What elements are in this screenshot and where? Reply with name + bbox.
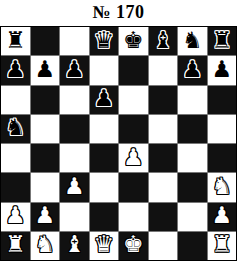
- square-g6: [178, 86, 207, 114]
- black-queen-d8: ♛: [93, 29, 114, 52]
- square-c2: [60, 203, 89, 231]
- square-h3: ♞: [208, 173, 237, 201]
- square-f7: [149, 56, 178, 84]
- square-f6: [149, 86, 178, 114]
- square-a6: [1, 86, 30, 114]
- square-f8: ♝: [149, 27, 178, 55]
- puzzle-number-title: № 170: [0, 0, 237, 26]
- square-d3: [90, 173, 119, 201]
- square-b2: ♟: [31, 203, 60, 231]
- square-d1: ♛: [90, 232, 119, 260]
- square-g5: [178, 115, 207, 143]
- square-a8: ♜: [1, 27, 30, 55]
- black-bishop-f8: ♝: [152, 29, 173, 52]
- square-c3: ♟: [60, 173, 89, 201]
- square-f5: [149, 115, 178, 143]
- square-b4: [31, 144, 60, 172]
- white-pawn-a2: ♟: [5, 204, 26, 227]
- white-pawn-b2: ♟: [34, 204, 55, 227]
- square-g3: [178, 173, 207, 201]
- black-king-e8: ♚: [123, 29, 144, 52]
- white-bishop-c1: ♝: [64, 233, 85, 256]
- diagram-page: № 170 ♜♛♚♝♞♜♟♟♟♟♟♟♞♟♟♞♟♟♟♜♞♝♛♚♜: [0, 0, 237, 261]
- square-h1: ♜: [208, 232, 237, 260]
- black-pawn-b7: ♟: [34, 58, 55, 81]
- chess-board: ♜♛♚♝♞♜♟♟♟♟♟♟♞♟♟♞♟♟♟♜♞♝♛♚♜: [0, 26, 237, 261]
- black-knight-a5: ♞: [5, 116, 26, 139]
- square-f3: [149, 173, 178, 201]
- square-c8: [60, 27, 89, 55]
- square-e7: [119, 56, 148, 84]
- square-b8: [31, 27, 60, 55]
- white-queen-d1: ♛: [93, 233, 114, 256]
- square-e6: [119, 86, 148, 114]
- square-h7: ♟: [208, 56, 237, 84]
- white-knight-b1: ♞: [34, 233, 55, 256]
- square-d4: [90, 144, 119, 172]
- black-pawn-h7: ♟: [211, 58, 232, 81]
- square-c7: ♟: [60, 56, 89, 84]
- square-h6: [208, 86, 237, 114]
- white-rook-a1: ♜: [5, 233, 26, 256]
- square-c1: ♝: [60, 232, 89, 260]
- square-b7: ♟: [31, 56, 60, 84]
- square-f4: [149, 144, 178, 172]
- square-c6: [60, 86, 89, 114]
- square-c4: [60, 144, 89, 172]
- white-knight-h3: ♞: [211, 175, 232, 198]
- square-c5: [60, 115, 89, 143]
- square-d2: [90, 203, 119, 231]
- square-h2: ♟: [208, 203, 237, 231]
- white-pawn-c3: ♟: [64, 175, 85, 198]
- square-e3: [119, 173, 148, 201]
- square-a4: [1, 144, 30, 172]
- square-a7: ♟: [1, 56, 30, 84]
- square-d5: [90, 115, 119, 143]
- black-pawn-c7: ♟: [64, 58, 85, 81]
- square-a1: ♜: [1, 232, 30, 260]
- square-h8: ♜: [208, 27, 237, 55]
- square-e2: [119, 203, 148, 231]
- square-g7: ♟: [178, 56, 207, 84]
- square-g2: [178, 203, 207, 231]
- square-d8: ♛: [90, 27, 119, 55]
- black-rook-a8: ♜: [5, 29, 26, 52]
- white-pawn-h2: ♟: [211, 204, 232, 227]
- square-g4: [178, 144, 207, 172]
- square-b3: [31, 173, 60, 201]
- white-pawn-e4: ♟: [123, 146, 144, 169]
- square-h4: [208, 144, 237, 172]
- square-b5: [31, 115, 60, 143]
- square-g8: ♞: [178, 27, 207, 55]
- square-f1: [149, 232, 178, 260]
- black-rook-h8: ♜: [211, 29, 232, 52]
- square-d7: [90, 56, 119, 84]
- square-b1: ♞: [31, 232, 60, 260]
- square-g1: [178, 232, 207, 260]
- white-rook-h1: ♜: [211, 233, 232, 256]
- square-e1: ♚: [119, 232, 148, 260]
- square-f2: [149, 203, 178, 231]
- square-e4: ♟: [119, 144, 148, 172]
- square-b6: [31, 86, 60, 114]
- square-e5: [119, 115, 148, 143]
- black-knight-g8: ♞: [182, 29, 203, 52]
- square-a5: ♞: [1, 115, 30, 143]
- square-a2: ♟: [1, 203, 30, 231]
- black-pawn-g7: ♟: [182, 58, 203, 81]
- square-e8: ♚: [119, 27, 148, 55]
- black-pawn-a7: ♟: [5, 58, 26, 81]
- black-pawn-d6: ♟: [93, 87, 114, 110]
- square-d6: ♟: [90, 86, 119, 114]
- square-h5: [208, 115, 237, 143]
- square-a3: [1, 173, 30, 201]
- white-king-e1: ♚: [123, 233, 144, 256]
